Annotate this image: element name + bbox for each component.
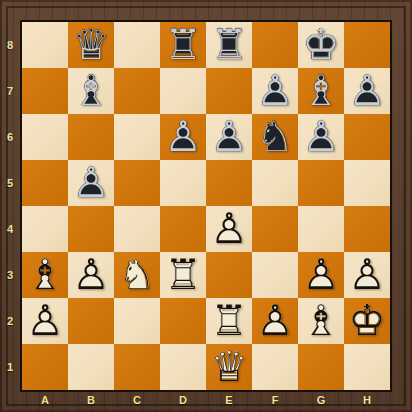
square-d2[interactable] xyxy=(160,298,206,344)
rank-label-7: 7 xyxy=(0,68,20,114)
piece-white-pawn[interactable]: ♟♙ xyxy=(252,298,298,344)
square-b3[interactable]: ♟♙ xyxy=(68,252,114,298)
square-f8[interactable] xyxy=(252,22,298,68)
square-g8[interactable]: ♚♔ xyxy=(298,22,344,68)
file-label-g: G xyxy=(298,390,344,410)
black-rook-outline-glyph: ♖ xyxy=(160,22,206,68)
square-a2[interactable]: ♟♙ xyxy=(22,298,68,344)
square-g7[interactable]: ♝♗ xyxy=(298,68,344,114)
square-d4[interactable] xyxy=(160,206,206,252)
rank-label-5: 5 xyxy=(0,160,20,206)
square-b7[interactable]: ♝♗ xyxy=(68,68,114,114)
white-pawn-outline-glyph: ♙ xyxy=(206,206,252,252)
square-e5[interactable] xyxy=(206,160,252,206)
file-label-e: E xyxy=(206,390,252,410)
square-a8[interactable] xyxy=(22,22,68,68)
piece-white-bishop[interactable]: ♝♗ xyxy=(298,298,344,344)
square-f6[interactable]: ♞♘ xyxy=(252,114,298,160)
white-queen-outline-glyph: ♕ xyxy=(206,344,252,390)
black-rook-outline-glyph: ♖ xyxy=(206,22,252,68)
square-c7[interactable] xyxy=(114,68,160,114)
square-c2[interactable] xyxy=(114,298,160,344)
square-c3[interactable]: ♞♘ xyxy=(114,252,160,298)
white-king-outline-glyph: ♔ xyxy=(344,298,390,344)
square-d5[interactable] xyxy=(160,160,206,206)
white-bishop-outline-glyph: ♗ xyxy=(22,252,68,298)
piece-white-pawn[interactable]: ♟♙ xyxy=(22,298,68,344)
black-pawn-outline-glyph: ♙ xyxy=(206,114,252,160)
square-d1[interactable] xyxy=(160,344,206,390)
square-g1[interactable] xyxy=(298,344,344,390)
file-label-c: C xyxy=(114,390,160,410)
white-pawn-outline-glyph: ♙ xyxy=(68,252,114,298)
square-c5[interactable] xyxy=(114,160,160,206)
square-h8[interactable] xyxy=(344,22,390,68)
white-knight-outline-glyph: ♘ xyxy=(114,252,160,298)
rank-label-1: 1 xyxy=(0,344,20,390)
black-pawn-outline-glyph: ♙ xyxy=(252,68,298,114)
square-e1[interactable]: ♛♕ xyxy=(206,344,252,390)
square-h4[interactable] xyxy=(344,206,390,252)
piece-white-pawn[interactable]: ♟♙ xyxy=(206,206,252,252)
white-pawn-outline-glyph: ♙ xyxy=(22,298,68,344)
square-f5[interactable] xyxy=(252,160,298,206)
square-g3[interactable]: ♟♙ xyxy=(298,252,344,298)
square-d8[interactable]: ♜♖ xyxy=(160,22,206,68)
piece-white-pawn[interactable]: ♟♙ xyxy=(68,252,114,298)
square-f7[interactable]: ♟♙ xyxy=(252,68,298,114)
board-border: ♛♕♜♖♜♖♚♔♝♗♟♙♝♗♟♙♟♙♟♙♞♘♟♙♟♙♟♙♝♗♟♙♞♘♜♖♟♙♟♙… xyxy=(20,20,392,392)
square-g5[interactable] xyxy=(298,160,344,206)
square-h3[interactable]: ♟♙ xyxy=(344,252,390,298)
rank-label-2: 2 xyxy=(0,298,20,344)
black-knight-outline-glyph: ♘ xyxy=(252,114,298,160)
square-e4[interactable]: ♟♙ xyxy=(206,206,252,252)
square-f4[interactable] xyxy=(252,206,298,252)
rank-label-6: 6 xyxy=(0,114,20,160)
black-bishop-outline-glyph: ♗ xyxy=(68,68,114,114)
file-label-h: H xyxy=(344,390,390,410)
piece-white-queen[interactable]: ♛♕ xyxy=(206,344,252,390)
rank-label-8: 8 xyxy=(0,22,20,68)
square-b8[interactable]: ♛♕ xyxy=(68,22,114,68)
square-b1[interactable] xyxy=(68,344,114,390)
piece-black-knight[interactable]: ♞♘ xyxy=(252,114,298,160)
square-d6[interactable]: ♟♙ xyxy=(160,114,206,160)
file-label-f: F xyxy=(252,390,298,410)
square-b6[interactable] xyxy=(68,114,114,160)
square-e2[interactable]: ♜♖ xyxy=(206,298,252,344)
square-e7[interactable] xyxy=(206,68,252,114)
chess-app: 87654321 ♛♕♜♖♜♖♚♔♝♗♟♙♝♗♟♙♟♙♟♙♞♘♟♙♟♙♟♙♝♗♟… xyxy=(0,0,412,412)
white-rook-outline-glyph: ♖ xyxy=(206,298,252,344)
black-king-outline-glyph: ♔ xyxy=(298,22,344,68)
black-pawn-outline-glyph: ♙ xyxy=(68,160,114,206)
square-f2[interactable]: ♟♙ xyxy=(252,298,298,344)
rank-label-4: 4 xyxy=(0,206,20,252)
piece-black-pawn[interactable]: ♟♙ xyxy=(206,114,252,160)
square-d3[interactable]: ♜♖ xyxy=(160,252,206,298)
white-pawn-outline-glyph: ♙ xyxy=(344,252,390,298)
rank-labels: 87654321 xyxy=(0,22,20,390)
square-h2[interactable]: ♚♔ xyxy=(344,298,390,344)
white-rook-outline-glyph: ♖ xyxy=(160,252,206,298)
square-b4[interactable] xyxy=(68,206,114,252)
square-d7[interactable] xyxy=(160,68,206,114)
square-f1[interactable] xyxy=(252,344,298,390)
square-e3[interactable] xyxy=(206,252,252,298)
black-pawn-outline-glyph: ♙ xyxy=(344,68,390,114)
piece-white-king[interactable]: ♚♔ xyxy=(344,298,390,344)
square-e8[interactable]: ♜♖ xyxy=(206,22,252,68)
square-h5[interactable] xyxy=(344,160,390,206)
piece-black-bishop[interactable]: ♝♗ xyxy=(298,68,344,114)
square-g4[interactable] xyxy=(298,206,344,252)
black-pawn-outline-glyph: ♙ xyxy=(160,114,206,160)
square-f3[interactable] xyxy=(252,252,298,298)
square-a5[interactable] xyxy=(22,160,68,206)
square-a6[interactable] xyxy=(22,114,68,160)
piece-black-pawn[interactable]: ♟♙ xyxy=(252,68,298,114)
square-b2[interactable] xyxy=(68,298,114,344)
piece-black-pawn[interactable]: ♟♙ xyxy=(344,68,390,114)
square-c6[interactable] xyxy=(114,114,160,160)
square-e6[interactable]: ♟♙ xyxy=(206,114,252,160)
square-a7[interactable] xyxy=(22,68,68,114)
piece-white-pawn[interactable]: ♟♙ xyxy=(344,252,390,298)
square-h1[interactable] xyxy=(344,344,390,390)
piece-black-rook[interactable]: ♜♖ xyxy=(160,22,206,68)
square-c4[interactable] xyxy=(114,206,160,252)
square-g2[interactable]: ♝♗ xyxy=(298,298,344,344)
square-a4[interactable] xyxy=(22,206,68,252)
black-pawn-outline-glyph: ♙ xyxy=(298,114,344,160)
black-queen-outline-glyph: ♕ xyxy=(68,22,114,68)
rank-label-3: 3 xyxy=(0,252,20,298)
piece-black-pawn[interactable]: ♟♙ xyxy=(298,114,344,160)
square-g6[interactable]: ♟♙ xyxy=(298,114,344,160)
piece-white-pawn[interactable]: ♟♙ xyxy=(298,252,344,298)
white-bishop-outline-glyph: ♗ xyxy=(298,298,344,344)
square-h6[interactable] xyxy=(344,114,390,160)
piece-white-rook[interactable]: ♜♖ xyxy=(160,252,206,298)
file-labels: ABCDEFGH xyxy=(22,390,390,410)
white-pawn-outline-glyph: ♙ xyxy=(298,252,344,298)
chess-board: ♛♕♜♖♜♖♚♔♝♗♟♙♝♗♟♙♟♙♟♙♞♘♟♙♟♙♟♙♝♗♟♙♞♘♜♖♟♙♟♙… xyxy=(22,22,390,390)
piece-white-bishop[interactable]: ♝♗ xyxy=(22,252,68,298)
square-c8[interactable] xyxy=(114,22,160,68)
white-pawn-outline-glyph: ♙ xyxy=(252,298,298,344)
file-label-a: A xyxy=(22,390,68,410)
square-b5[interactable]: ♟♙ xyxy=(68,160,114,206)
piece-black-queen[interactable]: ♛♕ xyxy=(68,22,114,68)
piece-black-pawn[interactable]: ♟♙ xyxy=(160,114,206,160)
piece-white-knight[interactable]: ♞♘ xyxy=(114,252,160,298)
file-label-d: D xyxy=(160,390,206,410)
piece-black-king[interactable]: ♚♔ xyxy=(298,22,344,68)
black-bishop-outline-glyph: ♗ xyxy=(298,68,344,114)
square-a1[interactable] xyxy=(22,344,68,390)
piece-black-bishop[interactable]: ♝♗ xyxy=(68,68,114,114)
piece-black-pawn[interactable]: ♟♙ xyxy=(68,160,114,206)
piece-white-rook[interactable]: ♜♖ xyxy=(206,298,252,344)
piece-black-rook[interactable]: ♜♖ xyxy=(206,22,252,68)
square-c1[interactable] xyxy=(114,344,160,390)
square-h7[interactable]: ♟♙ xyxy=(344,68,390,114)
square-a3[interactable]: ♝♗ xyxy=(22,252,68,298)
file-label-b: B xyxy=(68,390,114,410)
